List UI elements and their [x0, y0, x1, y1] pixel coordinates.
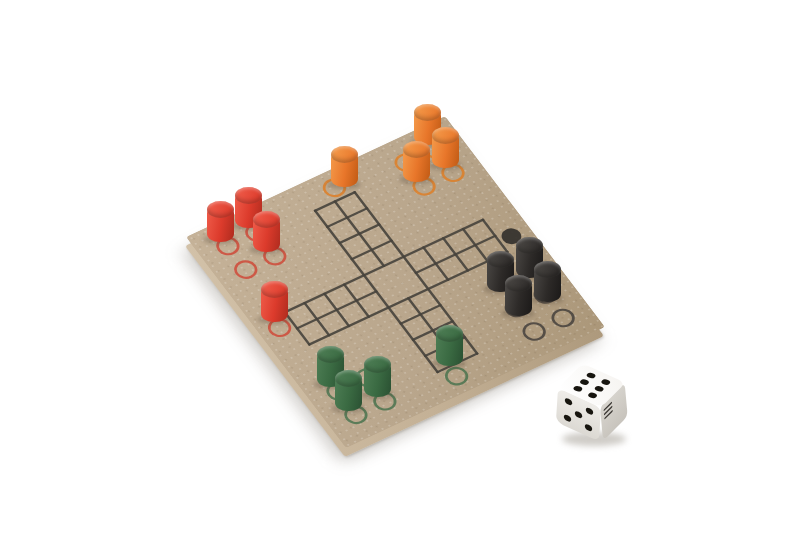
track-grid-line [337, 223, 380, 244]
pawn-top [207, 201, 234, 218]
pawn-top [317, 346, 344, 363]
pawn-red-3[interactable] [253, 211, 280, 252]
die-pip [586, 392, 598, 400]
pawn-top [331, 146, 358, 163]
die-pip [574, 409, 582, 418]
pawn-top [235, 187, 262, 204]
die-pip [563, 413, 571, 422]
die-pip [599, 378, 611, 386]
pawn-green-3[interactable] [364, 356, 391, 397]
pawn-top [436, 325, 463, 342]
die-pip [564, 396, 572, 405]
pawn-orange-4[interactable] [331, 146, 358, 187]
die-pip [571, 385, 583, 393]
track-grid-line [325, 207, 368, 228]
pawn-top [505, 275, 532, 292]
home-ring-red-3 [230, 257, 262, 282]
pawn-green-4[interactable] [335, 370, 362, 411]
die-pip [585, 406, 593, 415]
die-pip [578, 378, 590, 386]
home-ring-black-3 [518, 319, 550, 344]
pawn-top [335, 370, 362, 387]
pawn-orange-2[interactable] [432, 127, 459, 168]
die[interactable] [552, 352, 648, 452]
pawn-top [487, 251, 514, 268]
pawn-black-4[interactable] [505, 275, 532, 316]
pawn-black-3[interactable] [534, 261, 561, 302]
pawn-top [364, 356, 391, 373]
pawn-top [403, 141, 430, 158]
pawn-top [414, 104, 441, 121]
track-grid-line [398, 304, 441, 325]
pawn-top [516, 237, 543, 254]
pawn-red-4[interactable] [261, 281, 288, 322]
photo-stage [0, 0, 800, 560]
pawn-green-1[interactable] [436, 325, 463, 366]
pawn-top [253, 211, 280, 228]
pawn-top [534, 261, 561, 278]
home-ring-black-4 [547, 305, 579, 330]
pawn-top [432, 127, 459, 144]
die-pip [584, 422, 592, 431]
die-pip [593, 385, 605, 393]
die-pip [584, 372, 596, 380]
pawn-orange-3[interactable] [403, 141, 430, 182]
pawn-top [261, 281, 288, 298]
pawn-red-1[interactable] [207, 201, 234, 242]
track-grid-line [349, 239, 392, 260]
